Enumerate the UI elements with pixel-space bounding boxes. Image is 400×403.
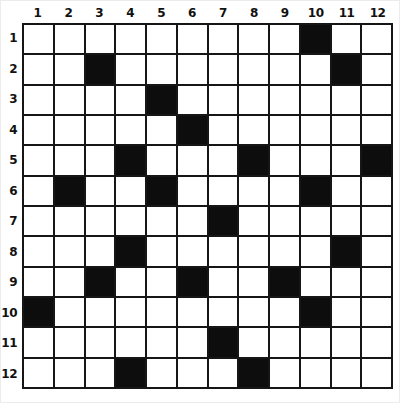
puzzle-grid: [22, 23, 393, 389]
cell-r4c1[interactable]: [24, 116, 53, 144]
cell-r2c6[interactable]: [178, 55, 207, 83]
cell-r1c12[interactable]: [362, 25, 391, 53]
cell-r7c11[interactable]: [332, 207, 361, 235]
cell-r5c8-block: [239, 146, 268, 174]
cell-r7c12[interactable]: [362, 207, 391, 235]
cell-r12c5[interactable]: [147, 359, 176, 387]
cell-r2c11-block: [332, 55, 361, 83]
cell-r12c12[interactable]: [362, 359, 391, 387]
cell-r7c4[interactable]: [116, 207, 145, 235]
cell-r9c3-block: [86, 268, 115, 296]
cell-r6c1[interactable]: [24, 177, 53, 205]
col-label-2: 2: [53, 6, 84, 20]
col-label-12: 12: [362, 6, 393, 20]
cell-r10c8[interactable]: [239, 298, 268, 326]
cell-r9c8[interactable]: [239, 268, 268, 296]
cell-r4c7[interactable]: [209, 116, 238, 144]
cell-r12c7[interactable]: [209, 359, 238, 387]
cell-r10c10-block: [301, 298, 330, 326]
cell-r6c3[interactable]: [86, 177, 115, 205]
row-label-2: 2: [1, 54, 20, 85]
col-label-11: 11: [331, 6, 362, 20]
cell-r5c3[interactable]: [86, 146, 115, 174]
cell-r11c10[interactable]: [301, 328, 330, 356]
cell-r7c2[interactable]: [55, 207, 84, 235]
cell-r7c6[interactable]: [178, 207, 207, 235]
cell-r10c6[interactable]: [178, 298, 207, 326]
cell-r4c2[interactable]: [55, 116, 84, 144]
row-label-1: 1: [1, 23, 20, 54]
col-label-4: 4: [115, 6, 146, 20]
cell-r5c9[interactable]: [270, 146, 299, 174]
cell-r10c4[interactable]: [116, 298, 145, 326]
row-labels: 123456789101112: [1, 23, 20, 389]
row-label-6: 6: [1, 176, 20, 207]
cell-r9c4[interactable]: [116, 268, 145, 296]
cell-r9c1[interactable]: [24, 268, 53, 296]
cell-r9c2[interactable]: [55, 268, 84, 296]
cell-r3c11[interactable]: [332, 86, 361, 114]
row-label-10: 10: [1, 298, 20, 329]
cell-r5c10[interactable]: [301, 146, 330, 174]
cell-r6c2-block: [55, 177, 84, 205]
cell-r4c12[interactable]: [362, 116, 391, 144]
cell-r5c7[interactable]: [209, 146, 238, 174]
cell-r2c2[interactable]: [55, 55, 84, 83]
cell-r1c9[interactable]: [270, 25, 299, 53]
cell-r3c9[interactable]: [270, 86, 299, 114]
col-label-5: 5: [146, 6, 177, 20]
cell-r12c1[interactable]: [24, 359, 53, 387]
cell-r11c1[interactable]: [24, 328, 53, 356]
cell-r12c8-block: [239, 359, 268, 387]
cell-r10c9[interactable]: [270, 298, 299, 326]
cell-r11c11[interactable]: [332, 328, 361, 356]
cell-r4c11[interactable]: [332, 116, 361, 144]
cell-r2c4[interactable]: [116, 55, 145, 83]
cell-r12c6[interactable]: [178, 359, 207, 387]
cell-r8c4-block: [116, 237, 145, 265]
cell-r8c12[interactable]: [362, 237, 391, 265]
cell-r10c5[interactable]: [147, 298, 176, 326]
cell-r6c6[interactable]: [178, 177, 207, 205]
cell-r10c12[interactable]: [362, 298, 391, 326]
cell-r4c3[interactable]: [86, 116, 115, 144]
cell-r11c6[interactable]: [178, 328, 207, 356]
cell-r10c11[interactable]: [332, 298, 361, 326]
cell-r12c3[interactable]: [86, 359, 115, 387]
cell-r5c11[interactable]: [332, 146, 361, 174]
cell-r9c7[interactable]: [209, 268, 238, 296]
cell-r9c10[interactable]: [301, 268, 330, 296]
cell-r12c10[interactable]: [301, 359, 330, 387]
cell-r8c2[interactable]: [55, 237, 84, 265]
cell-r4c9[interactable]: [270, 116, 299, 144]
cell-r10c2[interactable]: [55, 298, 84, 326]
cell-r7c1[interactable]: [24, 207, 53, 235]
cell-r8c7[interactable]: [209, 237, 238, 265]
cell-r4c5[interactable]: [147, 116, 176, 144]
cell-r5c2[interactable]: [55, 146, 84, 174]
cell-r8c10[interactable]: [301, 237, 330, 265]
cell-r2c10[interactable]: [301, 55, 330, 83]
puzzle-page: 123456789101112 123456789101112: [0, 0, 400, 403]
cell-r3c1[interactable]: [24, 86, 53, 114]
cell-r3c3[interactable]: [86, 86, 115, 114]
col-label-8: 8: [238, 6, 269, 20]
cell-r6c4[interactable]: [116, 177, 145, 205]
row-label-5: 5: [1, 145, 20, 176]
cell-r1c8[interactable]: [239, 25, 268, 53]
cell-r2c5[interactable]: [147, 55, 176, 83]
cell-r6c10-block: [301, 177, 330, 205]
row-label-11: 11: [1, 328, 20, 359]
cell-r3c2[interactable]: [55, 86, 84, 114]
row-label-3: 3: [1, 84, 20, 115]
cell-r9c5[interactable]: [147, 268, 176, 296]
cell-r11c5[interactable]: [147, 328, 176, 356]
cell-r11c3[interactable]: [86, 328, 115, 356]
row-label-8: 8: [1, 237, 20, 268]
cell-r6c7[interactable]: [209, 177, 238, 205]
cell-r3c7[interactable]: [209, 86, 238, 114]
cell-r1c5[interactable]: [147, 25, 176, 53]
cell-r12c2[interactable]: [55, 359, 84, 387]
cell-r4c4[interactable]: [116, 116, 145, 144]
cell-r7c5[interactable]: [147, 207, 176, 235]
row-label-12: 12: [1, 359, 20, 390]
cell-r6c12[interactable]: [362, 177, 391, 205]
cell-r11c9[interactable]: [270, 328, 299, 356]
row-label-9: 9: [1, 267, 20, 298]
cell-r6c9[interactable]: [270, 177, 299, 205]
cell-r1c10-block: [301, 25, 330, 53]
cell-r1c7[interactable]: [209, 25, 238, 53]
cell-r2c1[interactable]: [24, 55, 53, 83]
row-label-7: 7: [1, 206, 20, 237]
cell-r2c12[interactable]: [362, 55, 391, 83]
cell-r5c5[interactable]: [147, 146, 176, 174]
cell-r5c12-block: [362, 146, 391, 174]
cell-r10c7[interactable]: [209, 298, 238, 326]
cell-r7c8[interactable]: [239, 207, 268, 235]
col-label-7: 7: [207, 6, 238, 20]
cell-r1c4[interactable]: [116, 25, 145, 53]
cell-r11c4[interactable]: [116, 328, 145, 356]
col-label-6: 6: [177, 6, 208, 20]
cell-r7c9[interactable]: [270, 207, 299, 235]
cell-r6c11[interactable]: [332, 177, 361, 205]
cell-r8c3[interactable]: [86, 237, 115, 265]
col-label-9: 9: [269, 6, 300, 20]
cell-r9c9-block: [270, 268, 299, 296]
cell-r8c1[interactable]: [24, 237, 53, 265]
cell-r8c6[interactable]: [178, 237, 207, 265]
col-label-10: 10: [300, 6, 331, 20]
cell-r11c12[interactable]: [362, 328, 391, 356]
cell-r1c11[interactable]: [332, 25, 361, 53]
cell-r2c9[interactable]: [270, 55, 299, 83]
cell-r3c5-block: [147, 86, 176, 114]
cell-r5c4-block: [116, 146, 145, 174]
cell-r9c11[interactable]: [332, 268, 361, 296]
cell-r5c1[interactable]: [24, 146, 53, 174]
cell-r12c9[interactable]: [270, 359, 299, 387]
cell-r2c7[interactable]: [209, 55, 238, 83]
col-label-1: 1: [22, 6, 53, 20]
cell-r7c3[interactable]: [86, 207, 115, 235]
cell-r11c2[interactable]: [55, 328, 84, 356]
cell-r10c1-block: [24, 298, 53, 326]
cell-r7c7-block: [209, 207, 238, 235]
cell-r1c2[interactable]: [55, 25, 84, 53]
cell-r4c6-block: [178, 116, 207, 144]
cell-r3c10[interactable]: [301, 86, 330, 114]
cell-r11c8[interactable]: [239, 328, 268, 356]
cell-r7c10[interactable]: [301, 207, 330, 235]
cell-r5c6[interactable]: [178, 146, 207, 174]
cell-r4c8[interactable]: [239, 116, 268, 144]
cell-r3c8[interactable]: [239, 86, 268, 114]
cell-r9c12[interactable]: [362, 268, 391, 296]
cell-r11c7-block: [209, 328, 238, 356]
cell-r9c6-block: [178, 268, 207, 296]
cell-r1c6[interactable]: [178, 25, 207, 53]
cell-r8c5[interactable]: [147, 237, 176, 265]
cell-r8c9[interactable]: [270, 237, 299, 265]
cell-r2c8[interactable]: [239, 55, 268, 83]
cell-r1c3[interactable]: [86, 25, 115, 53]
cell-r6c8[interactable]: [239, 177, 268, 205]
col-label-3: 3: [84, 6, 115, 20]
cell-r3c4[interactable]: [116, 86, 145, 114]
cell-r12c11[interactable]: [332, 359, 361, 387]
column-labels: 123456789101112: [22, 4, 393, 21]
cell-r3c6[interactable]: [178, 86, 207, 114]
cell-r4c10[interactable]: [301, 116, 330, 144]
cell-r8c11-block: [332, 237, 361, 265]
cell-r8c8[interactable]: [239, 237, 268, 265]
cell-r3c12[interactable]: [362, 86, 391, 114]
cell-r12c4-block: [116, 359, 145, 387]
cell-r2c3-block: [86, 55, 115, 83]
row-label-4: 4: [1, 115, 20, 146]
cell-r6c5-block: [147, 177, 176, 205]
cell-r1c1[interactable]: [24, 25, 53, 53]
cell-r10c3[interactable]: [86, 298, 115, 326]
